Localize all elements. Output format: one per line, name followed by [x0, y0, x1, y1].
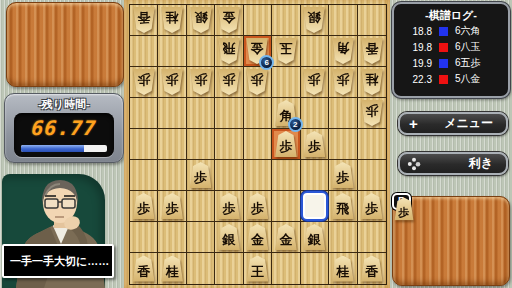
board-cell[interactable]: [358, 5, 386, 36]
board-cell[interactable]: [187, 191, 215, 222]
board-cell[interactable]: [301, 160, 329, 191]
board-cell[interactable]: 桂: [329, 253, 357, 284]
board-cell[interactable]: 歩: [244, 67, 272, 98]
move-log-rows: 18.86六角19.86八玉19.96五歩22.35八金: [394, 23, 508, 87]
board-cell[interactable]: 歩: [329, 67, 357, 98]
timer-panel: -残り時間- 66.77: [4, 93, 124, 163]
opponent-piece-stand[interactable]: [6, 2, 124, 87]
shogi-piece[interactable]: 王: [246, 256, 269, 282]
attack-count-badge: 2: [288, 117, 303, 132]
board-cell[interactable]: [187, 222, 215, 253]
shogi-piece[interactable]: 歩: [161, 69, 184, 95]
player-marker-blue: [439, 27, 448, 36]
shogi-piece[interactable]: 歩: [161, 193, 184, 219]
move-time: 19.8: [407, 42, 432, 53]
board-cell[interactable]: [329, 129, 357, 160]
board-cell[interactable]: 歩: [301, 129, 329, 160]
board-cell[interactable]: 玉: [272, 36, 300, 67]
board-cell[interactable]: 金6: [244, 36, 272, 67]
shogi-piece[interactable]: 銀: [218, 224, 241, 250]
board-cell[interactable]: 金: [215, 5, 243, 36]
shogi-piece[interactable]: 歩: [132, 193, 155, 219]
shogi-piece[interactable]: 歩: [303, 69, 326, 95]
board-cell[interactable]: [244, 129, 272, 160]
board-cell[interactable]: 香: [130, 253, 158, 284]
board-cell[interactable]: [187, 36, 215, 67]
board-cell[interactable]: [158, 222, 186, 253]
board-cell[interactable]: 歩: [130, 67, 158, 98]
board-cell[interactable]: [130, 222, 158, 253]
board-cell[interactable]: [215, 253, 243, 284]
shogi-piece[interactable]: 銀: [189, 7, 212, 33]
board-cell[interactable]: [158, 160, 186, 191]
board-cell[interactable]: 歩: [244, 191, 272, 222]
board-cell[interactable]: 歩: [358, 191, 386, 222]
shogi-piece[interactable]: 歩: [189, 162, 212, 188]
board-cell[interactable]: [272, 191, 300, 222]
move-log-entry: 22.35八金: [394, 71, 508, 87]
board-cell[interactable]: 歩: [130, 191, 158, 222]
board-cell[interactable]: 桂: [158, 253, 186, 284]
board-cell[interactable]: [130, 36, 158, 67]
shogi-piece[interactable]: 桂: [161, 7, 184, 33]
board-cell[interactable]: [301, 253, 329, 284]
shogi-piece[interactable]: 桂: [331, 256, 354, 282]
shogi-board[interactable]: 香桂銀金銀飛金6玉角香歩歩歩歩歩歩歩桂角2歩歩歩歩歩歩歩歩歩飛歩銀金金銀香桂王桂…: [129, 4, 387, 285]
player-marker-red: [439, 75, 448, 84]
board-cell[interactable]: 歩: [187, 160, 215, 191]
timer-progress-track: [21, 145, 107, 152]
board-cell[interactable]: 香: [130, 5, 158, 36]
shogi-piece[interactable]: 桂: [161, 256, 184, 282]
board-cell[interactable]: 歩: [187, 67, 215, 98]
shogi-piece[interactable]: 香: [360, 256, 383, 282]
board-cell[interactable]: 香: [358, 36, 386, 67]
player-marker-red: [439, 43, 448, 52]
move-text: 6八玉: [455, 40, 481, 54]
shogi-piece[interactable]: 歩: [331, 162, 354, 188]
shogi-piece[interactable]: 金: [246, 224, 269, 250]
shogi-piece[interactable]: 歩: [360, 100, 383, 126]
plus-icon: +: [409, 116, 418, 131]
board-cell[interactable]: 銀: [215, 222, 243, 253]
shogi-piece[interactable]: 桂: [360, 69, 383, 95]
shogi-piece[interactable]: 飛: [331, 193, 354, 219]
shogi-piece[interactable]: 歩: [303, 131, 326, 157]
board-cell[interactable]: [158, 98, 186, 129]
board-cell[interactable]: 歩: [329, 160, 357, 191]
board-cell[interactable]: [215, 129, 243, 160]
board-cell[interactable]: [187, 129, 215, 160]
board-cell[interactable]: [329, 5, 357, 36]
board-cell[interactable]: 銀: [301, 222, 329, 253]
shogi-piece[interactable]: 金: [274, 224, 297, 250]
stick-buttons-icon: [407, 157, 421, 171]
shogi-piece[interactable]: 香: [360, 38, 383, 64]
board-cell[interactable]: [272, 5, 300, 36]
board-cell[interactable]: [358, 222, 386, 253]
timer-progress-fill: [21, 145, 84, 152]
shogi-piece[interactable]: 歩: [274, 131, 297, 157]
board-cell[interactable]: 桂: [358, 67, 386, 98]
board-cell[interactable]: [215, 160, 243, 191]
board-cell[interactable]: 飛: [329, 191, 357, 222]
board-cell[interactable]: [130, 129, 158, 160]
shogi-piece[interactable]: 歩: [360, 193, 383, 219]
shogi-game-screen: -残り時間- 66.77 一手一手大切に……: [0, 0, 512, 288]
board-cell[interactable]: 角: [329, 36, 357, 67]
board-cell[interactable]: 銀: [187, 5, 215, 36]
board-cell[interactable]: [158, 36, 186, 67]
shogi-piece[interactable]: 歩: [246, 193, 269, 219]
move-time: 19.9: [407, 58, 432, 69]
speech-text: 一手一手大切に……: [10, 254, 109, 269]
board-cell[interactable]: [272, 253, 300, 284]
move-log-entry: 19.86八玉: [394, 39, 508, 55]
board-cell[interactable]: [244, 98, 272, 129]
shogi-piece[interactable]: 歩: [132, 69, 155, 95]
kiki-button[interactable]: 利き: [398, 152, 508, 175]
board-cell[interactable]: [187, 98, 215, 129]
board-cell[interactable]: 歩: [158, 67, 186, 98]
shogi-piece[interactable]: 歩: [246, 69, 269, 95]
board-cell[interactable]: [358, 160, 386, 191]
board-cell[interactable]: 歩: [358, 98, 386, 129]
board-cell[interactable]: [244, 5, 272, 36]
move-text: 6六角: [455, 24, 481, 38]
cursor-square[interactable]: [301, 191, 329, 222]
player-piece-stand[interactable]: R 歩: [392, 196, 510, 286]
move-time: 18.8: [407, 26, 432, 37]
board-cell[interactable]: 桂: [158, 5, 186, 36]
board-cell[interactable]: [244, 160, 272, 191]
board-cell[interactable]: [187, 253, 215, 284]
board-cell[interactable]: [358, 129, 386, 160]
board-cell[interactable]: [301, 36, 329, 67]
shogi-piece[interactable]: 歩: [331, 69, 354, 95]
shogi-piece[interactable]: 歩: [218, 69, 241, 95]
shogi-piece[interactable]: 角: [331, 38, 354, 64]
timer-value: 66.77: [13, 116, 115, 140]
shogi-piece[interactable]: 金: [218, 7, 241, 33]
board-cell[interactable]: 角2: [272, 98, 300, 129]
board-cell[interactable]: 飛: [215, 36, 243, 67]
board-cell[interactable]: 歩: [158, 191, 186, 222]
board-cell[interactable]: [301, 98, 329, 129]
menu-button-label: メニュー: [418, 115, 506, 132]
board-cell[interactable]: [130, 98, 158, 129]
shogi-piece[interactable]: 歩: [218, 193, 241, 219]
timer-title: -残り時間-: [5, 97, 123, 112]
r-button-badge: R: [392, 193, 411, 210]
shogi-piece[interactable]: 玉: [274, 38, 297, 64]
board-cell[interactable]: [329, 98, 357, 129]
move-log-title: -棋譜ログ-: [394, 8, 508, 23]
character-panel: 一手一手大切に……: [0, 170, 124, 288]
move-text: 6五歩: [455, 56, 481, 70]
board-cell[interactable]: [272, 160, 300, 191]
board-cell[interactable]: [158, 129, 186, 160]
shogi-piece[interactable]: 歩: [189, 69, 212, 95]
move-text: 5八金: [455, 72, 481, 86]
board-cell[interactable]: 歩: [215, 191, 243, 222]
board-cell[interactable]: 王: [244, 253, 272, 284]
shogi-piece[interactable]: 香: [132, 256, 155, 282]
board-cell[interactable]: [272, 67, 300, 98]
shogi-piece[interactable]: 飛: [218, 38, 241, 64]
move-log-entry: 19.96五歩: [394, 55, 508, 71]
board-cell[interactable]: 銀: [301, 5, 329, 36]
shogi-piece[interactable]: 銀: [303, 7, 326, 33]
timer-screen: 66.77: [14, 113, 114, 157]
move-time: 22.3: [407, 74, 432, 85]
move-log-entry: 18.86六角: [394, 23, 508, 39]
board-cell[interactable]: [130, 160, 158, 191]
board-cell[interactable]: 歩: [215, 67, 243, 98]
board-surface: 香桂銀金銀飛金6玉角香歩歩歩歩歩歩歩桂角2歩歩歩歩歩歩歩歩歩飛歩銀金金銀香桂王桂…: [124, 0, 390, 288]
menu-button[interactable]: + メニュー: [398, 112, 508, 135]
board-cell[interactable]: 歩: [301, 67, 329, 98]
player-marker-blue: [439, 59, 448, 68]
move-log-panel: -棋譜ログ- 18.86六角19.86八玉19.96五歩22.35八金: [392, 2, 510, 98]
board-cell[interactable]: 歩: [272, 129, 300, 160]
board-cell[interactable]: 金: [244, 222, 272, 253]
kiki-button-label: 利き: [421, 155, 506, 172]
board-cell[interactable]: 香: [358, 253, 386, 284]
board-cell[interactable]: [215, 98, 243, 129]
speech-bubble: 一手一手大切に……: [2, 244, 114, 278]
shogi-piece[interactable]: 香: [132, 7, 155, 33]
board-cell[interactable]: [329, 222, 357, 253]
board-cell[interactable]: 金: [272, 222, 300, 253]
shogi-piece[interactable]: 銀: [303, 224, 326, 250]
